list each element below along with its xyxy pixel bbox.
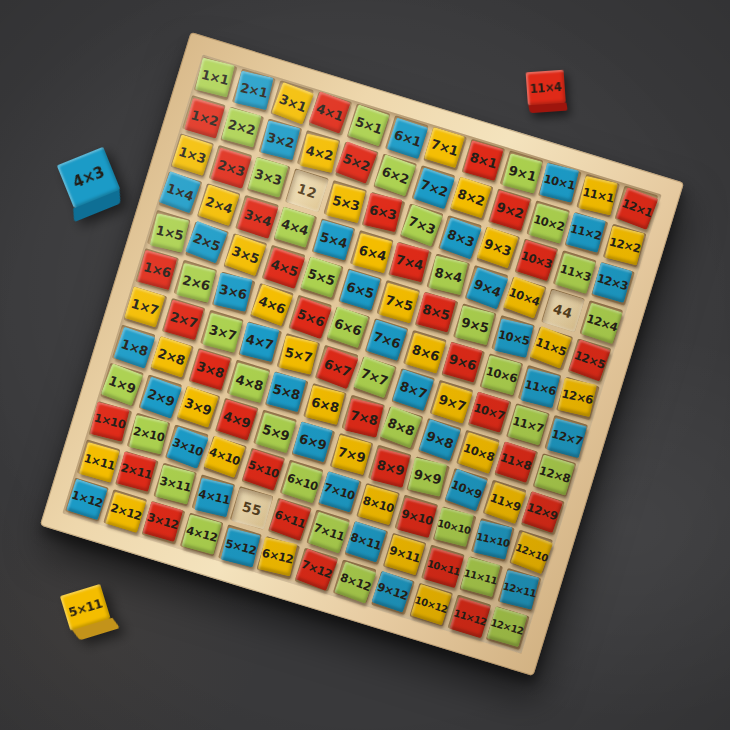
well-10x1: 10×1: [538, 162, 582, 206]
cube-7x5[interactable]: 7×5: [379, 283, 420, 324]
well-6x9: 6×9: [291, 421, 335, 465]
well-5x3: 5×3: [323, 180, 367, 224]
loose-cube-11x4[interactable]: 11×4: [526, 70, 567, 114]
well-3x8: 3×8: [188, 348, 232, 392]
well-9x4: 9×4: [465, 265, 509, 309]
cube-8x4[interactable]: 8×4: [428, 255, 468, 295]
cube-1x7[interactable]: 1×7: [124, 286, 165, 327]
cube-7x6[interactable]: 7×6: [366, 319, 408, 361]
cube-1x1[interactable]: 1×1: [195, 57, 235, 97]
well-9x12: 9×12: [371, 571, 415, 615]
cube-6x12[interactable]: 6×12: [258, 537, 298, 577]
well-10x10: 10×10: [433, 506, 477, 550]
cube-6x4[interactable]: 6×4: [352, 233, 392, 273]
cube-9x10[interactable]: 9×10: [397, 498, 437, 538]
well-10x9: 10×9: [444, 468, 488, 512]
cube-6x5[interactable]: 6×5: [339, 270, 380, 311]
loose-cube-4x3[interactable]: 4×3: [57, 147, 125, 220]
cube-11x10[interactable]: 11×10: [473, 520, 513, 560]
cube-3x7[interactable]: 3×7: [202, 313, 242, 353]
cube-4x7[interactable]: 4×7: [240, 322, 280, 362]
cube-5x3[interactable]: 5×3: [326, 183, 366, 223]
well-9x7: 9×7: [430, 380, 474, 424]
well-4x11: 4×11: [192, 474, 236, 518]
cube-2x11[interactable]: 2×11: [116, 451, 156, 491]
cube-1x5[interactable]: 1×5: [150, 213, 190, 253]
well-8x2: 8×2: [450, 177, 494, 221]
well-10x4: 10×4: [503, 277, 547, 321]
cube-11x2[interactable]: 11×2: [566, 212, 606, 252]
well-11x8: 11×8: [494, 442, 538, 486]
cube-1x2[interactable]: 1×2: [184, 98, 225, 139]
well-6x5: 6×5: [338, 268, 382, 312]
cube-4x2[interactable]: 4×2: [300, 133, 340, 173]
cube-6x8[interactable]: 6×8: [305, 385, 345, 425]
cube-4x9[interactable]: 4×9: [216, 399, 258, 441]
well-1x11: 1×11: [77, 439, 121, 483]
cube-10x9[interactable]: 10×9: [445, 469, 488, 512]
cube-9x3[interactable]: 9×3: [477, 227, 519, 269]
cube-1x3[interactable]: 1×3: [171, 134, 213, 176]
well-5x5: 5×5: [300, 257, 344, 301]
cube-10x1[interactable]: 10×1: [539, 163, 579, 203]
well-10x5: 10×5: [491, 315, 535, 359]
cube-4x10[interactable]: 4×10: [203, 436, 245, 478]
well-8x9: 8×9: [368, 445, 412, 489]
cube-3x12[interactable]: 3×12: [142, 501, 183, 542]
well-4x9: 4×9: [215, 398, 259, 442]
well-8x4: 8×4: [426, 253, 470, 297]
cube-12x5[interactable]: 12×5: [568, 339, 610, 381]
cube-2x6[interactable]: 2×6: [176, 263, 216, 303]
cube-4x11[interactable]: 4×11: [194, 478, 234, 518]
cube-2x3[interactable]: 2×3: [211, 148, 252, 189]
well-11x3: 11×3: [553, 250, 597, 294]
cube-6x6[interactable]: 6×6: [327, 306, 369, 348]
cube-11x9[interactable]: 11×9: [484, 482, 526, 524]
well-12x3: 12×3: [591, 262, 635, 306]
well-1x5: 1×5: [147, 210, 191, 254]
well-4x2: 4×2: [297, 130, 341, 174]
well-3x2: 3×2: [259, 118, 303, 162]
loose-cube-11x4-face: 11×4: [526, 70, 566, 106]
well-2x1: 2×1: [232, 69, 276, 113]
cube-11x6[interactable]: 11×6: [520, 368, 560, 408]
well-11x9: 11×9: [483, 480, 527, 524]
well-4x6: 4×6: [250, 283, 294, 327]
well-11x1: 11×1: [576, 174, 620, 218]
cube-5x8[interactable]: 5×8: [266, 372, 306, 412]
cube-12x3[interactable]: 12×3: [592, 262, 633, 303]
well-2x4: 2×4: [197, 183, 241, 227]
cube-8x1[interactable]: 8×1: [463, 140, 504, 181]
well-7x2: 7×2: [412, 165, 456, 209]
well-11x4: 44: [541, 289, 585, 333]
cube-5x6[interactable]: 5×6: [290, 297, 332, 339]
cube-6x1[interactable]: 6×1: [387, 118, 429, 160]
well-3x5: 3×5: [223, 233, 267, 277]
cube-7x9[interactable]: 7×9: [331, 435, 371, 475]
cube-2x4[interactable]: 2×4: [198, 184, 240, 226]
well-4x4: 4×4: [273, 207, 317, 251]
well-6x12: 6×12: [256, 536, 300, 580]
well-5x7: 5×7: [277, 333, 321, 377]
well-2x7: 2×7: [162, 298, 206, 342]
cube-9x9[interactable]: 9×9: [408, 457, 448, 497]
cube-8x3[interactable]: 8×3: [439, 217, 481, 259]
cube-1x9[interactable]: 1×9: [101, 363, 144, 406]
cube-3x8[interactable]: 3×8: [190, 349, 231, 390]
well-11x6: 11×6: [518, 365, 562, 409]
cube-6x3[interactable]: 6×3: [363, 193, 403, 233]
cube-6x11[interactable]: 6×11: [269, 499, 311, 541]
well-1x3: 1×3: [170, 133, 214, 177]
cube-2x8[interactable]: 2×8: [151, 336, 193, 378]
cube-1x6[interactable]: 1×6: [137, 250, 177, 290]
well-7x6: 7×6: [365, 318, 409, 362]
cube-4x12[interactable]: 4×12: [182, 514, 222, 554]
well-8x12: 8×12: [333, 559, 377, 603]
well-8x7: 8×7: [391, 368, 435, 412]
cube-10x12[interactable]: 10×12: [410, 584, 452, 626]
cube-3x11[interactable]: 3×11: [155, 465, 195, 505]
cube-8x10[interactable]: 8×10: [358, 484, 399, 525]
cube-3x6[interactable]: 3×6: [213, 272, 253, 312]
cube-11x11[interactable]: 11×11: [460, 557, 500, 597]
cube-8x12[interactable]: 8×12: [334, 561, 376, 603]
well-5x1: 5×1: [347, 104, 391, 148]
well-10x3: 10×3: [515, 239, 559, 283]
times-table-board: 1×12×13×14×15×16×17×18×19×110×111×112×11…: [40, 32, 684, 676]
well-7x11: 7×11: [306, 510, 350, 554]
loose-cube-5x11[interactable]: 5×11: [60, 584, 114, 642]
well-7x9: 7×9: [330, 433, 374, 477]
well-12x7: 12×7: [544, 415, 588, 459]
cube-11x7[interactable]: 11×7: [508, 405, 549, 446]
cube-1x8[interactable]: 1×8: [113, 327, 155, 369]
well-7x7: 7×7: [353, 356, 397, 400]
well-7x10: 7×10: [318, 471, 362, 515]
cube-12x9[interactable]: 12×9: [521, 491, 563, 533]
well-12x6: 12×6: [556, 377, 600, 421]
well-1x6: 1×6: [135, 248, 179, 292]
well-5x6: 5×6: [288, 295, 332, 339]
cube-5x12[interactable]: 5×12: [221, 527, 261, 567]
well-4x1: 4×1: [309, 92, 353, 136]
cube-10x5[interactable]: 10×5: [494, 318, 534, 358]
well-1x2: 1×2: [182, 95, 226, 139]
cube-10x7[interactable]: 10×7: [468, 392, 509, 433]
cube-12x7[interactable]: 12×7: [547, 418, 587, 458]
cube-9x8[interactable]: 9×8: [419, 419, 461, 461]
cube-5x10[interactable]: 5×10: [242, 449, 284, 491]
cube-4x1[interactable]: 4×1: [309, 91, 351, 133]
cube-6x9[interactable]: 6×9: [292, 422, 333, 463]
cube-12x11[interactable]: 12×11: [499, 570, 539, 610]
well-1x1: 1×1: [194, 57, 238, 101]
cube-5x1[interactable]: 5×1: [348, 104, 390, 146]
well-6x3: 6×3: [362, 192, 406, 236]
cube-5x7[interactable]: 5×7: [279, 335, 319, 375]
well-12x11: 12×11: [498, 568, 542, 612]
well-10x11: 10×11: [421, 545, 465, 589]
cube-10x11[interactable]: 10×11: [423, 547, 464, 588]
cube-3x10[interactable]: 3×10: [166, 426, 209, 469]
cube-10x4[interactable]: 10×4: [503, 276, 545, 318]
answer-tile-11x4: 44: [542, 289, 584, 331]
well-5x10: 5×10: [242, 448, 286, 492]
tabletop-photo: { "game": "wooden multiplication times-t…: [0, 0, 730, 730]
well-4x7: 4×7: [238, 321, 282, 365]
cube-6x10[interactable]: 6×10: [281, 462, 323, 504]
cube-5x4[interactable]: 5×4: [313, 220, 354, 261]
well-5x8: 5×8: [265, 371, 309, 415]
well-12x9: 12×9: [521, 491, 565, 535]
well-11x12: 11×12: [448, 595, 492, 639]
cube-10x2[interactable]: 10×2: [528, 203, 569, 244]
cube-11x1[interactable]: 11×1: [578, 176, 618, 216]
cube-12x8[interactable]: 12×8: [534, 454, 575, 495]
well-12x2: 12×2: [603, 224, 647, 268]
well-2x6: 2×6: [174, 260, 218, 304]
cube-9x12[interactable]: 9×12: [371, 571, 413, 613]
cube-8x7[interactable]: 8×7: [392, 369, 434, 411]
cube-8x8[interactable]: 8×8: [380, 406, 423, 449]
cube-8x11[interactable]: 8×11: [345, 521, 387, 563]
well-3x12: 3×12: [142, 501, 186, 545]
cube-3x9[interactable]: 3×9: [177, 386, 219, 428]
well-10x7: 10×7: [468, 392, 512, 436]
well-8x11: 8×11: [345, 521, 389, 565]
well-7x1: 7×1: [423, 127, 467, 171]
cube-4x4[interactable]: 4×4: [274, 207, 315, 248]
well-10x12: 10×12: [409, 583, 453, 627]
answer-tile-4x3: 12: [286, 169, 329, 212]
cube-10x6[interactable]: 10×6: [481, 355, 521, 395]
cube-12x2[interactable]: 12×2: [605, 226, 645, 266]
well-11x11: 11×11: [459, 556, 503, 600]
well-5x12: 5×12: [218, 524, 262, 568]
cube-7x10[interactable]: 7×10: [319, 471, 360, 512]
cube-7x7[interactable]: 7×7: [353, 356, 395, 398]
well-2x12: 2×12: [103, 489, 147, 533]
well-2x11: 2×11: [115, 451, 159, 495]
well-3x3: 3×3: [247, 157, 291, 201]
well-4x5: 4×5: [262, 245, 306, 289]
cube-12x12[interactable]: 12×12: [487, 606, 528, 647]
well-12x4: 12×4: [579, 300, 623, 344]
well-5x2: 5×2: [335, 142, 379, 186]
well-6x1: 6×1: [385, 115, 429, 159]
well-6x10: 6×10: [280, 460, 324, 504]
cube-4x5[interactable]: 4×5: [263, 247, 305, 289]
cube-1x10[interactable]: 1×10: [90, 402, 130, 442]
cube-2x9[interactable]: 2×9: [140, 376, 182, 418]
cube-5x5[interactable]: 5×5: [300, 256, 342, 298]
cube-12x1[interactable]: 12×1: [616, 187, 659, 230]
cube-9x5[interactable]: 9×5: [455, 305, 495, 345]
well-5x11: 55: [230, 486, 274, 530]
well-9x10: 9×10: [395, 495, 439, 539]
cube-1x12[interactable]: 1×12: [66, 479, 108, 521]
well-9x11: 9×11: [383, 533, 427, 577]
well-6x4: 6×4: [350, 230, 394, 274]
well-2x5: 2×5: [185, 222, 229, 266]
well-10x6: 10×6: [480, 353, 524, 397]
well-2x9: 2×9: [138, 375, 182, 419]
well-9x9: 9×9: [406, 456, 450, 500]
well-2x3: 2×3: [209, 145, 253, 189]
cube-7x11[interactable]: 7×11: [308, 512, 350, 554]
answer-tile-5x11: 55: [231, 487, 273, 529]
cube-2x12[interactable]: 2×12: [105, 492, 146, 533]
cube-10x3[interactable]: 10×3: [516, 240, 558, 282]
cube-2x2[interactable]: 2×2: [221, 107, 261, 147]
well-2x10: 2×10: [127, 413, 171, 457]
well-12x8: 12×8: [533, 453, 577, 497]
well-5x4: 5×4: [312, 218, 356, 262]
cube-4x6[interactable]: 4×6: [251, 284, 294, 327]
cube-3x3[interactable]: 3×3: [248, 157, 289, 198]
well-4x3: 12: [285, 168, 329, 212]
well-6x11: 6×11: [268, 498, 312, 542]
well-3x7: 3×7: [200, 310, 244, 354]
cube-2x7[interactable]: 2×7: [163, 299, 204, 340]
cube-7x1[interactable]: 7×1: [424, 127, 465, 168]
cube-2x5[interactable]: 2×5: [185, 221, 228, 264]
cube-9x1[interactable]: 9×1: [502, 153, 542, 193]
cube-11x3[interactable]: 11×3: [555, 253, 596, 294]
well-8x8: 8×8: [380, 406, 424, 450]
cube-7x12[interactable]: 7×12: [295, 548, 338, 591]
well-3x10: 3×10: [165, 424, 209, 468]
cube-7x4[interactable]: 7×4: [389, 242, 429, 282]
well-8x6: 8×6: [403, 330, 447, 374]
cube-1x11[interactable]: 1×11: [79, 442, 120, 483]
well-8x10: 8×10: [356, 483, 400, 527]
well-7x8: 7×8: [341, 395, 385, 439]
well-9x5: 9×5: [453, 303, 497, 347]
cube-3x1[interactable]: 3×1: [271, 82, 314, 125]
cube-9x6[interactable]: 9×6: [442, 342, 483, 383]
well-1x10: 1×10: [88, 401, 132, 445]
cube-7x2[interactable]: 7×2: [413, 167, 455, 209]
cube-6x7[interactable]: 6×7: [316, 347, 359, 390]
cube-12x10[interactable]: 12×10: [510, 532, 553, 575]
well-3x6: 3×6: [212, 271, 256, 315]
well-6x6: 6×6: [327, 307, 371, 351]
cube-11x12[interactable]: 11×12: [450, 597, 491, 638]
well-10x2: 10×2: [526, 200, 570, 244]
well-2x8: 2×8: [150, 336, 194, 380]
well-11x2: 11×2: [565, 212, 609, 256]
well-9x8: 9×8: [418, 418, 462, 462]
cube-9x2[interactable]: 9×2: [489, 190, 530, 231]
board-grid: 1×12×13×14×15×16×17×18×19×110×111×112×11…: [62, 54, 661, 653]
well-4x10: 4×10: [203, 436, 247, 480]
cube-9x4[interactable]: 9×4: [466, 267, 509, 310]
well-3x9: 3×9: [177, 386, 221, 430]
well-3x4: 3×4: [235, 195, 279, 239]
cube-10x8[interactable]: 10×8: [458, 432, 500, 474]
cube-1x4[interactable]: 1×4: [159, 171, 201, 213]
cube-10x10[interactable]: 10×10: [434, 507, 474, 547]
loose-cube-5x11-label: 5×11: [67, 595, 104, 619]
well-3x1: 3×1: [270, 80, 314, 124]
loose-cube-11x4-side: [528, 103, 568, 114]
well-4x12: 4×12: [180, 513, 224, 557]
well-1x8: 1×8: [112, 325, 156, 369]
cube-12x6[interactable]: 12×6: [557, 378, 597, 418]
well-5x9: 5×9: [253, 410, 297, 454]
well-7x4: 7×4: [388, 242, 432, 286]
well-2x2: 2×2: [220, 107, 264, 151]
well-1x4: 1×4: [159, 172, 203, 216]
well-10x8: 10×8: [456, 430, 500, 474]
well-12x5: 12×5: [568, 338, 612, 382]
well-9x3: 9×3: [476, 227, 520, 271]
cube-2x1[interactable]: 2×1: [234, 71, 274, 111]
cube-5x9[interactable]: 5×9: [255, 412, 296, 453]
well-3x11: 3×11: [153, 463, 197, 507]
well-7x5: 7×5: [376, 280, 420, 324]
well-1x12: 1×12: [65, 478, 109, 522]
well-7x3: 7×3: [400, 203, 444, 247]
cube-8x6[interactable]: 8×6: [405, 332, 446, 373]
well-1x7: 1×7: [124, 286, 168, 330]
well-6x7: 6×7: [315, 345, 359, 389]
cube-6x2[interactable]: 6×2: [374, 154, 416, 196]
cube-8x9[interactable]: 8×9: [370, 448, 410, 488]
well-8x5: 8×5: [415, 292, 459, 336]
well-12x1: 12×1: [615, 185, 659, 229]
well-4x8: 4×8: [227, 360, 271, 404]
cube-5x2[interactable]: 5×2: [335, 141, 378, 184]
cube-3x4[interactable]: 3×4: [237, 197, 279, 239]
well-12x12: 12×12: [486, 606, 530, 650]
loose-cube-11x4-label: 11×4: [529, 79, 562, 95]
cube-4x8[interactable]: 4×8: [229, 362, 270, 403]
well-7x12: 7×12: [295, 548, 339, 592]
well-11x10: 11×10: [471, 518, 515, 562]
cube-3x2[interactable]: 3×2: [260, 120, 300, 160]
cube-9x7[interactable]: 9×7: [431, 382, 473, 424]
well-11x7: 11×7: [506, 403, 550, 447]
cube-9x11[interactable]: 9×11: [384, 534, 425, 575]
cube-11x5[interactable]: 11×5: [529, 326, 572, 369]
well-12x10: 12×10: [509, 530, 553, 574]
well-6x2: 6×2: [373, 154, 417, 198]
well-9x6: 9×6: [441, 342, 485, 386]
well-9x1: 9×1: [500, 150, 544, 194]
cube-8x5[interactable]: 8×5: [416, 292, 456, 332]
cube-3x5[interactable]: 3×5: [224, 234, 266, 276]
cube-12x4[interactable]: 12×4: [581, 303, 623, 345]
well-8x3: 8×3: [438, 215, 482, 259]
cube-7x3[interactable]: 7×3: [400, 204, 443, 247]
well-9x2: 9×2: [488, 189, 532, 233]
cube-7x8[interactable]: 7×8: [344, 398, 384, 438]
well-8x1: 8×1: [462, 139, 506, 183]
well-11x5: 11×5: [529, 327, 573, 371]
cube-11x8[interactable]: 11×8: [495, 441, 537, 483]
loose-cube-4x3-label: 4×3: [70, 163, 106, 192]
cube-2x10[interactable]: 2×10: [129, 415, 169, 455]
well-1x9: 1×9: [100, 363, 144, 407]
well-6x8: 6×8: [303, 383, 347, 427]
cube-8x2[interactable]: 8×2: [450, 177, 492, 219]
